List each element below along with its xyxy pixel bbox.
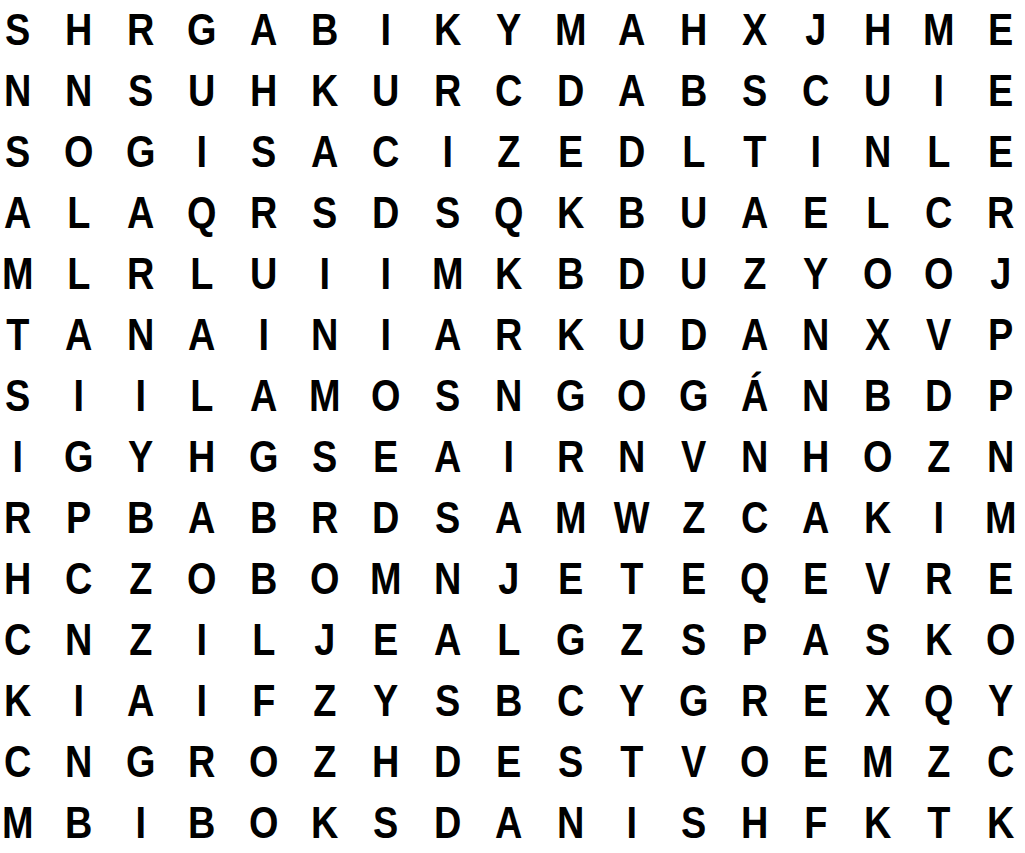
grid-cell[interactable]: D (421, 792, 474, 853)
grid-cell[interactable]: W (605, 487, 658, 548)
grid-cell[interactable]: A (605, 61, 658, 122)
grid-cell[interactable]: A (790, 487, 843, 548)
grid-cell[interactable]: O (298, 548, 351, 609)
grid-cell[interactable]: I (176, 609, 229, 670)
grid-cell[interactable]: I (912, 487, 965, 548)
grid-cell[interactable]: E (974, 122, 1025, 183)
grid-cell[interactable]: S (298, 426, 351, 487)
grid-cell[interactable]: H (0, 548, 44, 609)
grid-cell[interactable]: K (483, 244, 536, 305)
grid-cell[interactable]: N (0, 61, 44, 122)
grid-cell[interactable]: Y (360, 670, 413, 731)
grid-cell[interactable]: I (0, 426, 44, 487)
grid-cell[interactable]: S (421, 183, 474, 244)
grid-cell[interactable]: S (114, 61, 167, 122)
grid-cell[interactable]: T (605, 548, 658, 609)
grid-cell[interactable]: Z (912, 426, 965, 487)
grid-cell[interactable]: T (0, 305, 44, 366)
grid-cell[interactable]: D (360, 487, 413, 548)
grid-cell[interactable]: P (974, 305, 1025, 366)
grid-cell[interactable]: A (483, 792, 536, 853)
grid-cell[interactable]: O (728, 731, 781, 792)
grid-cell[interactable]: I (298, 244, 351, 305)
grid-cell[interactable]: V (851, 548, 904, 609)
grid-cell[interactable]: O (237, 792, 290, 853)
grid-cell[interactable]: B (544, 244, 597, 305)
grid-cell[interactable]: V (912, 305, 965, 366)
grid-cell[interactable]: U (851, 61, 904, 122)
grid-cell[interactable]: E (790, 548, 843, 609)
grid-cell[interactable]: S (0, 366, 44, 427)
grid-cell[interactable]: H (360, 731, 413, 792)
grid-cell[interactable]: Z (667, 487, 720, 548)
grid-cell[interactable]: I (360, 305, 413, 366)
grid-cell[interactable]: G (237, 426, 290, 487)
grid-cell[interactable]: C (360, 122, 413, 183)
grid-cell[interactable]: E (360, 426, 413, 487)
grid-cell[interactable]: U (605, 305, 658, 366)
grid-cell[interactable]: M (360, 548, 413, 609)
grid-cell[interactable]: A (421, 609, 474, 670)
grid-cell[interactable]: S (544, 731, 597, 792)
grid-cell[interactable]: I (360, 244, 413, 305)
grid-cell[interactable]: M (298, 366, 351, 427)
word-search-grid: SHRGABIKYMAHXJHMENNSUHKURCDABSCUIESOGISA… (0, 0, 1025, 853)
grid-cell[interactable]: L (851, 183, 904, 244)
grid-cell[interactable]: Y (790, 244, 843, 305)
grid-cell[interactable]: E (790, 183, 843, 244)
grid-cell[interactable]: H (237, 61, 290, 122)
grid-cell[interactable]: U (360, 61, 413, 122)
grid-cell[interactable]: Q (728, 548, 781, 609)
grid-cell[interactable]: Y (483, 0, 536, 61)
grid-cell[interactable]: A (114, 183, 167, 244)
grid-cell[interactable]: R (114, 244, 167, 305)
grid-cell[interactable]: E (544, 548, 597, 609)
grid-cell[interactable]: N (790, 305, 843, 366)
grid-cell[interactable]: J (298, 609, 351, 670)
grid-cell[interactable]: R (483, 305, 536, 366)
grid-cell[interactable]: C (728, 487, 781, 548)
grid-cell[interactable]: M (912, 0, 965, 61)
grid-cell[interactable]: B (237, 548, 290, 609)
grid-cell[interactable]: E (974, 548, 1025, 609)
grid-cell[interactable]: A (53, 305, 106, 366)
grid-cell[interactable]: Y (114, 426, 167, 487)
grid-cell[interactable]: Z (728, 244, 781, 305)
grid-cell[interactable]: G (53, 426, 106, 487)
grid-cell[interactable]: S (0, 0, 44, 61)
grid-cell[interactable]: K (0, 670, 44, 731)
grid-cell[interactable]: L (667, 122, 720, 183)
grid-cell[interactable]: R (912, 548, 965, 609)
grid-cell[interactable]: I (176, 670, 229, 731)
grid-cell[interactable]: D (605, 122, 658, 183)
grid-cell[interactable]: A (298, 122, 351, 183)
grid-cell[interactable]: D (421, 731, 474, 792)
grid-cell[interactable]: K (851, 792, 904, 853)
grid-cell[interactable]: H (667, 0, 720, 61)
grid-cell[interactable]: N (421, 548, 474, 609)
grid-cell[interactable]: L (53, 183, 106, 244)
grid-cell[interactable]: I (360, 0, 413, 61)
grid-cell[interactable]: I (912, 61, 965, 122)
grid-cell[interactable]: N (605, 426, 658, 487)
grid-cell[interactable]: G (114, 731, 167, 792)
grid-cell[interactable]: C (0, 609, 44, 670)
grid-cell[interactable]: A (728, 183, 781, 244)
grid-cell[interactable]: A (790, 609, 843, 670)
grid-cell[interactable]: S (851, 609, 904, 670)
grid-cell[interactable]: H (53, 0, 106, 61)
grid-cell[interactable]: I (176, 122, 229, 183)
grid-cell[interactable]: M (544, 0, 597, 61)
grid-cell[interactable]: A (0, 183, 44, 244)
grid-cell[interactable]: E (974, 61, 1025, 122)
grid-cell[interactable]: C (483, 61, 536, 122)
grid-cell[interactable]: B (53, 792, 106, 853)
grid-cell[interactable]: Z (298, 670, 351, 731)
grid-cell[interactable]: I (237, 305, 290, 366)
grid-cell[interactable]: K (298, 61, 351, 122)
grid-cell[interactable]: L (53, 244, 106, 305)
grid-cell[interactable]: N (53, 61, 106, 122)
grid-cell[interactable]: D (605, 244, 658, 305)
grid-cell[interactable]: F (790, 792, 843, 853)
grid-cell[interactable]: H (176, 426, 229, 487)
grid-cell[interactable]: R (0, 487, 44, 548)
grid-cell[interactable]: R (298, 487, 351, 548)
grid-cell[interactable]: E (483, 731, 536, 792)
grid-cell[interactable]: U (667, 183, 720, 244)
grid-cell[interactable]: R (237, 183, 290, 244)
grid-cell[interactable]: N (728, 426, 781, 487)
grid-cell[interactable]: B (237, 487, 290, 548)
grid-cell[interactable]: U (176, 61, 229, 122)
grid-cell[interactable]: P (974, 366, 1025, 427)
grid-cell[interactable]: I (114, 792, 167, 853)
grid-cell[interactable]: C (974, 731, 1025, 792)
grid-cell[interactable]: H (851, 0, 904, 61)
grid-cell[interactable]: G (544, 609, 597, 670)
grid-cell[interactable]: B (605, 183, 658, 244)
grid-cell[interactable]: S (237, 122, 290, 183)
grid-cell[interactable]: I (605, 792, 658, 853)
grid-cell[interactable]: X (851, 305, 904, 366)
grid-cell[interactable]: Q (483, 183, 536, 244)
grid-cell[interactable]: J (790, 0, 843, 61)
grid-cell[interactable]: M (544, 487, 597, 548)
grid-cell[interactable]: H (728, 792, 781, 853)
grid-cell[interactable]: A (421, 305, 474, 366)
grid-cell[interactable]: O (851, 244, 904, 305)
grid-cell[interactable]: L (483, 609, 536, 670)
grid-cell[interactable]: N (114, 305, 167, 366)
grid-cell[interactable]: O (237, 731, 290, 792)
grid-cell[interactable]: R (176, 731, 229, 792)
grid-cell[interactable]: A (176, 305, 229, 366)
grid-cell[interactable]: T (728, 122, 781, 183)
grid-cell[interactable]: A (114, 670, 167, 731)
grid-cell[interactable]: O (605, 366, 658, 427)
grid-cell[interactable]: D (667, 305, 720, 366)
grid-cell[interactable]: S (728, 61, 781, 122)
grid-cell[interactable]: R (974, 183, 1025, 244)
grid-cell[interactable]: X (728, 0, 781, 61)
grid-cell[interactable]: D (360, 183, 413, 244)
grid-cell[interactable]: O (360, 366, 413, 427)
grid-cell[interactable]: I (53, 670, 106, 731)
grid-cell[interactable]: K (912, 609, 965, 670)
grid-cell[interactable]: A (421, 426, 474, 487)
grid-cell[interactable]: G (667, 366, 720, 427)
grid-cell[interactable]: Q (176, 183, 229, 244)
grid-cell[interactable]: M (421, 244, 474, 305)
grid-cell[interactable]: T (912, 792, 965, 853)
grid-cell[interactable]: E (790, 670, 843, 731)
grid-cell[interactable]: G (544, 366, 597, 427)
grid-cell[interactable]: S (667, 792, 720, 853)
grid-cell[interactable]: V (667, 731, 720, 792)
grid-cell[interactable]: C (544, 670, 597, 731)
grid-cell[interactable]: V (667, 426, 720, 487)
grid-cell[interactable]: M (851, 731, 904, 792)
grid-cell[interactable]: R (544, 426, 597, 487)
grid-cell[interactable]: I (483, 426, 536, 487)
grid-cell[interactable]: O (851, 426, 904, 487)
grid-cell[interactable]: U (667, 244, 720, 305)
grid-cell[interactable]: L (176, 366, 229, 427)
grid-cell[interactable]: Q (912, 670, 965, 731)
grid-cell[interactable]: L (176, 244, 229, 305)
grid-cell[interactable]: U (237, 244, 290, 305)
grid-cell[interactable]: C (790, 61, 843, 122)
grid-cell[interactable]: B (176, 792, 229, 853)
grid-cell[interactable]: A (176, 487, 229, 548)
grid-cell[interactable]: K (544, 305, 597, 366)
grid-cell[interactable]: B (667, 61, 720, 122)
grid-cell[interactable]: T (605, 731, 658, 792)
grid-cell[interactable]: E (974, 0, 1025, 61)
grid-cell[interactable]: N (790, 366, 843, 427)
grid-cell[interactable]: J (974, 244, 1025, 305)
grid-cell[interactable]: S (360, 792, 413, 853)
grid-cell[interactable]: M (0, 244, 44, 305)
grid-cell[interactable]: M (0, 792, 44, 853)
grid-cell[interactable]: C (53, 548, 106, 609)
grid-cell[interactable]: G (667, 670, 720, 731)
grid-cell[interactable]: B (114, 487, 167, 548)
grid-cell[interactable]: R (421, 61, 474, 122)
grid-cell[interactable]: K (544, 183, 597, 244)
grid-cell[interactable]: O (974, 609, 1025, 670)
grid-cell[interactable]: I (790, 122, 843, 183)
grid-cell[interactable]: N (544, 792, 597, 853)
grid-cell[interactable]: O (912, 244, 965, 305)
grid-cell[interactable]: S (421, 487, 474, 548)
grid-cell[interactable]: Z (483, 122, 536, 183)
grid-cell[interactable]: M (974, 487, 1025, 548)
grid-cell[interactable]: S (421, 670, 474, 731)
grid-cell[interactable]: D (544, 61, 597, 122)
grid-cell[interactable]: B (298, 0, 351, 61)
grid-cell[interactable]: N (851, 122, 904, 183)
grid-cell[interactable]: S (298, 183, 351, 244)
grid-cell[interactable]: S (667, 609, 720, 670)
grid-cell[interactable]: A (605, 0, 658, 61)
grid-cell[interactable]: A (237, 366, 290, 427)
grid-cell[interactable]: N (298, 305, 351, 366)
grid-cell[interactable]: N (483, 366, 536, 427)
grid-cell[interactable]: P (728, 609, 781, 670)
grid-cell[interactable]: A (728, 305, 781, 366)
grid-cell[interactable]: A (483, 487, 536, 548)
grid-cell[interactable]: Y (605, 670, 658, 731)
grid-cell[interactable]: C (0, 731, 44, 792)
grid-cell[interactable]: L (912, 122, 965, 183)
grid-cell[interactable]: R (728, 670, 781, 731)
grid-cell[interactable]: E (544, 122, 597, 183)
grid-cell[interactable]: K (974, 792, 1025, 853)
grid-cell[interactable]: Z (912, 731, 965, 792)
grid-cell[interactable]: I (421, 122, 474, 183)
grid-cell[interactable]: B (483, 670, 536, 731)
grid-cell[interactable]: C (912, 183, 965, 244)
grid-cell[interactable]: B (851, 366, 904, 427)
grid-cell[interactable]: E (667, 548, 720, 609)
grid-cell[interactable]: I (53, 366, 106, 427)
grid-cell[interactable]: S (421, 366, 474, 427)
grid-cell[interactable]: N (53, 609, 106, 670)
grid-cell[interactable]: Z (114, 609, 167, 670)
grid-cell[interactable]: O (176, 548, 229, 609)
grid-cell[interactable]: G (176, 0, 229, 61)
grid-cell[interactable]: H (790, 426, 843, 487)
grid-cell[interactable]: Y (974, 670, 1025, 731)
grid-cell[interactable]: R (114, 0, 167, 61)
grid-cell[interactable]: P (53, 487, 106, 548)
grid-cell[interactable]: F (237, 670, 290, 731)
grid-cell[interactable]: N (53, 731, 106, 792)
grid-cell[interactable]: Á (728, 366, 781, 427)
grid-cell[interactable]: X (851, 670, 904, 731)
grid-cell[interactable]: Z (605, 609, 658, 670)
grid-cell[interactable]: G (114, 122, 167, 183)
grid-cell[interactable]: E (360, 609, 413, 670)
grid-cell[interactable]: K (298, 792, 351, 853)
grid-cell[interactable]: Z (298, 731, 351, 792)
grid-cell[interactable]: A (237, 0, 290, 61)
grid-cell[interactable]: K (421, 0, 474, 61)
grid-cell[interactable]: N (974, 426, 1025, 487)
grid-cell[interactable]: S (0, 122, 44, 183)
grid-cell[interactable]: O (53, 122, 106, 183)
grid-cell[interactable]: K (851, 487, 904, 548)
grid-cell[interactable]: E (790, 731, 843, 792)
grid-cell[interactable]: D (912, 366, 965, 427)
grid-cell[interactable]: J (483, 548, 536, 609)
grid-cell[interactable]: I (114, 366, 167, 427)
grid-cell[interactable]: Z (114, 548, 167, 609)
grid-cell[interactable]: L (237, 609, 290, 670)
